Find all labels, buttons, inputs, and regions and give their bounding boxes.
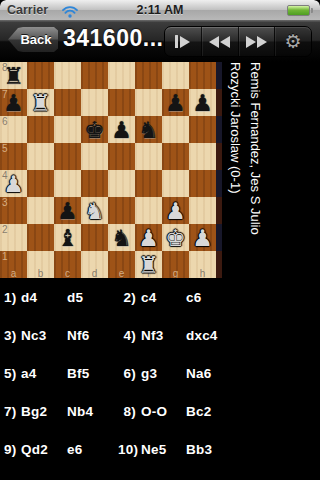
- move-white[interactable]: c4: [138, 290, 186, 305]
- square-e8[interactable]: [108, 62, 135, 89]
- move-white[interactable]: g3: [138, 366, 186, 381]
- move-black[interactable]: Na6: [186, 366, 320, 381]
- square-e3[interactable]: [108, 197, 135, 224]
- rank-label: 1: [2, 251, 8, 262]
- move-number: 7): [4, 404, 21, 419]
- square-h3[interactable]: [189, 197, 216, 224]
- piece-white-knight: ♞: [81, 197, 108, 224]
- move-white[interactable]: O-O: [138, 404, 186, 419]
- piece-black-pawn: ♟: [0, 89, 27, 116]
- square-h6[interactable]: [189, 116, 216, 143]
- square-g2[interactable]: ♚: [162, 224, 189, 251]
- square-e1[interactable]: e: [108, 251, 135, 278]
- square-c6[interactable]: [54, 116, 81, 143]
- nav-bar: Back 341600... ⚙: [0, 20, 320, 63]
- move-row: 5)a4Bf56)g3Na6: [0, 354, 320, 392]
- square-h1[interactable]: h: [189, 251, 216, 278]
- square-a1[interactable]: 1a: [0, 251, 27, 278]
- move-black[interactable]: Nf6: [67, 328, 118, 343]
- piece-white-rook: ♜: [135, 251, 162, 278]
- square-f4[interactable]: [135, 170, 162, 197]
- square-a6[interactable]: 6: [0, 116, 27, 143]
- square-h7[interactable]: ♟: [189, 89, 216, 116]
- square-d3[interactable]: ♞: [81, 197, 108, 224]
- square-f6[interactable]: ♞: [135, 116, 162, 143]
- rank-label: 6: [2, 116, 8, 127]
- square-d5[interactable]: [81, 143, 108, 170]
- piece-black-king: ♚: [81, 116, 108, 143]
- square-f8[interactable]: [135, 62, 162, 89]
- piece-white-pawn: ♟: [189, 224, 216, 251]
- move-black[interactable]: d5: [67, 290, 118, 305]
- fast-forward-button[interactable]: [238, 27, 275, 56]
- move-white[interactable]: Nc3: [21, 328, 67, 343]
- move-white[interactable]: Nf3: [138, 328, 186, 343]
- move-row: 3)Nc3Nf64)Nf3dxc4: [0, 316, 320, 354]
- piece-black-pawn: ♟: [108, 116, 135, 143]
- piece-white-king: ♚: [162, 224, 189, 251]
- white-player-result: Rozycki Jaroslaw (0-1): [225, 62, 245, 278]
- square-a8[interactable]: 8♜: [0, 62, 27, 89]
- rank-label: 5: [2, 143, 8, 154]
- move-number: 10): [118, 442, 138, 457]
- square-b1[interactable]: b: [27, 251, 54, 278]
- square-e5[interactable]: [108, 143, 135, 170]
- square-g5[interactable]: [162, 143, 189, 170]
- piece-black-pawn: ♟: [54, 197, 81, 224]
- battery-icon: [287, 5, 310, 16]
- move-black[interactable]: Bc2: [186, 404, 320, 419]
- square-c3[interactable]: ♟: [54, 197, 81, 224]
- move-number: 1): [4, 290, 21, 305]
- move-white[interactable]: Qd2: [21, 442, 67, 457]
- playback-segmented-control: ⚙: [164, 26, 312, 57]
- square-d1[interactable]: d: [81, 251, 108, 278]
- square-a3[interactable]: 3: [0, 197, 27, 224]
- square-e4[interactable]: [108, 170, 135, 197]
- players-panel: Rozycki Jaroslaw (0-1) Remis Fernandez, …: [225, 62, 269, 278]
- square-c1[interactable]: c: [54, 251, 81, 278]
- move-row: 9)Qd2e610)Ne5Bb3: [0, 430, 320, 468]
- square-b3[interactable]: [27, 197, 54, 224]
- rank-label: 2: [2, 224, 8, 235]
- move-list: 1)d4d52)c4c63)Nc3Nf64)Nf3dxc45)a4Bf56)g3…: [0, 278, 320, 480]
- rewind-icon: [209, 36, 219, 48]
- square-g8[interactable]: [162, 62, 189, 89]
- square-b8[interactable]: [27, 62, 54, 89]
- black-player: Remis Fernandez, Jes S Julio: [245, 62, 265, 278]
- square-g3[interactable]: ♟: [162, 197, 189, 224]
- move-white[interactable]: Ne5: [138, 442, 186, 457]
- square-f2[interactable]: ♟: [135, 224, 162, 251]
- square-d6[interactable]: ♚: [81, 116, 108, 143]
- move-black[interactable]: c6: [186, 290, 320, 305]
- move-black[interactable]: Bf5: [67, 366, 118, 381]
- settings-button[interactable]: ⚙: [274, 27, 311, 56]
- square-f1[interactable]: f♜: [135, 251, 162, 278]
- square-a2[interactable]: 2: [0, 224, 27, 251]
- rewind-button[interactable]: [201, 27, 238, 56]
- board-edge-shadow: [216, 62, 222, 278]
- app-screen: Carrier 2:11 AM Back 341600...: [0, 0, 320, 480]
- game-id-title: 341600...: [63, 25, 163, 52]
- square-g1[interactable]: g: [162, 251, 189, 278]
- move-black[interactable]: Nb4: [67, 404, 118, 419]
- move-black[interactable]: dxc4: [186, 328, 320, 343]
- square-a4[interactable]: 4♟: [0, 170, 27, 197]
- move-black[interactable]: e6: [67, 442, 118, 457]
- square-d8[interactable]: [81, 62, 108, 89]
- piece-black-pawn: ♟: [189, 89, 216, 116]
- move-white[interactable]: d4: [21, 290, 67, 305]
- move-number: 5): [4, 366, 21, 381]
- square-c2[interactable]: ♝: [54, 224, 81, 251]
- square-h5[interactable]: [189, 143, 216, 170]
- square-e2[interactable]: ♞: [108, 224, 135, 251]
- status-time: 2:11 AM: [0, 3, 320, 17]
- square-d4[interactable]: [81, 170, 108, 197]
- move-number: 6): [118, 366, 138, 381]
- square-b4[interactable]: [27, 170, 54, 197]
- step-forward-icon: [175, 35, 178, 48]
- piece-black-knight: ♞: [135, 116, 162, 143]
- move-white[interactable]: Bg2: [21, 404, 67, 419]
- square-c4[interactable]: [54, 170, 81, 197]
- move-white[interactable]: a4: [21, 366, 67, 381]
- move-row: 7)Bg2Nb48)O-OBc2: [0, 392, 320, 430]
- square-g7[interactable]: ♟: [162, 89, 189, 116]
- square-d7[interactable]: [81, 89, 108, 116]
- square-a7[interactable]: 7♟: [0, 89, 27, 116]
- square-g4[interactable]: [162, 170, 189, 197]
- piece-white-pawn: ♟: [162, 197, 189, 224]
- move-number: 4): [118, 328, 138, 343]
- step-forward-button[interactable]: [165, 27, 201, 56]
- rank-label: 3: [2, 197, 8, 208]
- battery-tip: [311, 8, 313, 13]
- piece-white-pawn: ♟: [135, 224, 162, 251]
- fast-forward-icon: [246, 36, 256, 48]
- move-row: 1)d4d52)c4c6: [0, 278, 320, 316]
- square-c8[interactable]: [54, 62, 81, 89]
- square-d2[interactable]: [81, 224, 108, 251]
- square-c7[interactable]: [54, 89, 81, 116]
- back-button[interactable]: Back: [8, 27, 58, 52]
- square-a5[interactable]: 5: [0, 143, 27, 170]
- status-bar: Carrier 2:11 AM: [0, 0, 320, 20]
- piece-black-bishop: ♝: [54, 224, 81, 251]
- square-f5[interactable]: [135, 143, 162, 170]
- piece-white-rook: ♜: [27, 89, 54, 116]
- square-h8[interactable]: [189, 62, 216, 89]
- square-f3[interactable]: [135, 197, 162, 224]
- gear-icon: ⚙: [285, 32, 302, 51]
- square-h2[interactable]: ♟: [189, 224, 216, 251]
- move-number: 9): [4, 442, 21, 457]
- piece-black-pawn: ♟: [162, 89, 189, 116]
- square-b2[interactable]: [27, 224, 54, 251]
- square-c5[interactable]: [54, 143, 81, 170]
- square-f7[interactable]: [135, 89, 162, 116]
- square-g6[interactable]: [162, 116, 189, 143]
- chess-board: 8♜7♟♜♟♟6♚♟♞54♟3♟♞♟2♝♞♟♚♟1abcdef♜gh: [0, 62, 216, 278]
- move-number: 2): [118, 290, 138, 305]
- square-b5[interactable]: [27, 143, 54, 170]
- move-black[interactable]: Bb3: [186, 442, 320, 457]
- square-b7[interactable]: ♜: [27, 89, 54, 116]
- move-number: 8): [118, 404, 138, 419]
- piece-black-knight: ♞: [108, 224, 135, 251]
- square-b6[interactable]: [27, 116, 54, 143]
- move-number: 3): [4, 328, 21, 343]
- square-e6[interactable]: ♟: [108, 116, 135, 143]
- square-e7[interactable]: [108, 89, 135, 116]
- square-h4[interactable]: [189, 170, 216, 197]
- piece-black-rook: ♜: [0, 62, 27, 89]
- piece-white-pawn: ♟: [0, 170, 27, 197]
